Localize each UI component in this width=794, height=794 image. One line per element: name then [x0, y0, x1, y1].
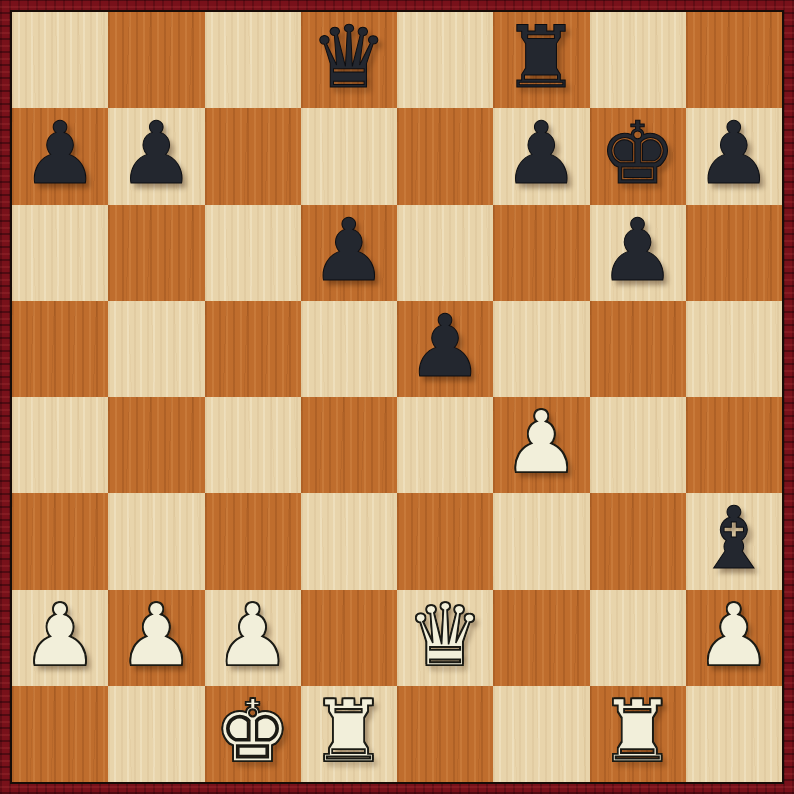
square-h2[interactable]: ♟ [686, 590, 782, 686]
square-b8[interactable] [108, 12, 204, 108]
square-f2[interactable] [493, 590, 589, 686]
square-d2[interactable] [301, 590, 397, 686]
square-a3[interactable] [12, 493, 108, 589]
piece-white-rook: ♜ [599, 688, 676, 774]
square-g3[interactable] [590, 493, 686, 589]
square-e7[interactable] [397, 108, 493, 204]
square-e6[interactable] [397, 205, 493, 301]
square-d1[interactable]: ♜ [301, 686, 397, 782]
square-b5[interactable] [108, 301, 204, 397]
piece-black-pawn: ♟ [695, 110, 772, 196]
square-a5[interactable] [12, 301, 108, 397]
square-d4[interactable] [301, 397, 397, 493]
square-a4[interactable] [12, 397, 108, 493]
piece-white-king: ♚ [214, 688, 291, 774]
piece-white-rook: ♜ [310, 688, 387, 774]
square-e4[interactable] [397, 397, 493, 493]
square-e2[interactable]: ♛ [397, 590, 493, 686]
piece-black-pawn: ♟ [310, 207, 387, 293]
piece-black-pawn: ♟ [407, 303, 484, 389]
square-h3[interactable]: ♝ [686, 493, 782, 589]
square-f7[interactable]: ♟ [493, 108, 589, 204]
square-h5[interactable] [686, 301, 782, 397]
piece-black-king: ♚ [599, 110, 676, 196]
piece-white-pawn: ♟ [118, 592, 195, 678]
square-b4[interactable] [108, 397, 204, 493]
piece-black-pawn: ♟ [503, 110, 580, 196]
square-b1[interactable] [108, 686, 204, 782]
square-g6[interactable]: ♟ [590, 205, 686, 301]
board-inner-border: ♛♜♟♟♟♚♟♟♟♟♟♝♟♟♟♛♟♚♜♜ [10, 10, 784, 784]
square-c2[interactable]: ♟ [205, 590, 301, 686]
square-a8[interactable] [12, 12, 108, 108]
square-b7[interactable]: ♟ [108, 108, 204, 204]
square-b3[interactable] [108, 493, 204, 589]
piece-black-queen: ♛ [310, 14, 387, 100]
square-c4[interactable] [205, 397, 301, 493]
square-g4[interactable] [590, 397, 686, 493]
square-a7[interactable]: ♟ [12, 108, 108, 204]
square-c1[interactable]: ♚ [205, 686, 301, 782]
chess-board: ♛♜♟♟♟♚♟♟♟♟♟♝♟♟♟♛♟♚♜♜ [12, 12, 782, 782]
square-d6[interactable]: ♟ [301, 205, 397, 301]
square-b2[interactable]: ♟ [108, 590, 204, 686]
square-d7[interactable] [301, 108, 397, 204]
square-g2[interactable] [590, 590, 686, 686]
square-f4[interactable]: ♟ [493, 397, 589, 493]
piece-white-pawn: ♟ [214, 592, 291, 678]
square-d5[interactable] [301, 301, 397, 397]
square-f8[interactable]: ♜ [493, 12, 589, 108]
piece-black-pawn: ♟ [599, 207, 676, 293]
square-h6[interactable] [686, 205, 782, 301]
piece-white-queen: ♛ [407, 592, 484, 678]
square-c6[interactable] [205, 205, 301, 301]
square-h8[interactable] [686, 12, 782, 108]
square-a6[interactable] [12, 205, 108, 301]
square-e1[interactable] [397, 686, 493, 782]
piece-black-bishop: ♝ [695, 495, 772, 581]
square-e5[interactable]: ♟ [397, 301, 493, 397]
square-f6[interactable] [493, 205, 589, 301]
square-d3[interactable] [301, 493, 397, 589]
piece-white-pawn: ♟ [22, 592, 99, 678]
piece-black-rook: ♜ [503, 14, 580, 100]
square-g1[interactable]: ♜ [590, 686, 686, 782]
square-g8[interactable] [590, 12, 686, 108]
square-h4[interactable] [686, 397, 782, 493]
square-g7[interactable]: ♚ [590, 108, 686, 204]
square-e3[interactable] [397, 493, 493, 589]
piece-black-pawn: ♟ [22, 110, 99, 196]
board-frame: ♛♜♟♟♟♚♟♟♟♟♟♝♟♟♟♛♟♚♜♜ [0, 0, 794, 794]
square-g5[interactable] [590, 301, 686, 397]
square-f5[interactable] [493, 301, 589, 397]
square-c7[interactable] [205, 108, 301, 204]
piece-white-pawn: ♟ [503, 399, 580, 485]
piece-black-pawn: ♟ [118, 110, 195, 196]
square-a1[interactable] [12, 686, 108, 782]
square-c3[interactable] [205, 493, 301, 589]
square-h7[interactable]: ♟ [686, 108, 782, 204]
square-f1[interactable] [493, 686, 589, 782]
square-h1[interactable] [686, 686, 782, 782]
piece-white-pawn: ♟ [695, 592, 772, 678]
square-e8[interactable] [397, 12, 493, 108]
square-f3[interactable] [493, 493, 589, 589]
square-a2[interactable]: ♟ [12, 590, 108, 686]
square-c8[interactable] [205, 12, 301, 108]
square-d8[interactable]: ♛ [301, 12, 397, 108]
square-c5[interactable] [205, 301, 301, 397]
square-b6[interactable] [108, 205, 204, 301]
